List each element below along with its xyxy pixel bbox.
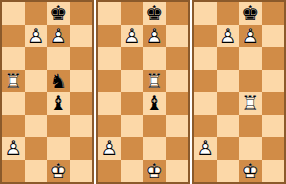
square-a4 (2, 92, 25, 115)
piece-white-pawn: ♟♙ (239, 25, 262, 48)
square-d4 (70, 92, 93, 115)
piece-white-pawn: ♟♙ (194, 137, 217, 160)
square-a3 (194, 115, 217, 138)
square-c4: ♝ (47, 92, 70, 115)
piece-white-pawn: ♟♙ (143, 25, 166, 48)
square-b3 (25, 115, 48, 138)
square-d3 (262, 115, 285, 138)
chess-board-position-1: ♚♟♙♟♙♜♖♞♝♟♙♚♔ (0, 0, 94, 184)
square-b4 (121, 92, 144, 115)
square-a7 (98, 25, 121, 48)
square-b2 (217, 137, 240, 160)
square-a1 (98, 160, 121, 183)
square-c6 (47, 47, 70, 70)
piece-black-bishop: ♝ (47, 92, 70, 115)
piece-white-rook: ♜♖ (239, 92, 262, 115)
square-c1: ♚♔ (47, 160, 70, 183)
square-a6 (98, 47, 121, 70)
square-b7: ♟♙ (121, 25, 144, 48)
square-d1 (166, 160, 189, 183)
square-a2: ♟♙ (2, 137, 25, 160)
piece-white-king: ♚♔ (47, 160, 70, 183)
square-c2 (239, 137, 262, 160)
square-b6 (121, 47, 144, 70)
square-b6 (25, 47, 48, 70)
square-c1: ♚♔ (143, 160, 166, 183)
square-d2 (262, 137, 285, 160)
square-d7 (166, 25, 189, 48)
square-b1 (121, 160, 144, 183)
square-b7: ♟♙ (25, 25, 48, 48)
square-b1 (25, 160, 48, 183)
square-a1 (2, 160, 25, 183)
piece-black-king: ♚ (47, 2, 70, 25)
square-c5: ♜♖ (143, 70, 166, 93)
square-a8 (98, 2, 121, 25)
square-d8 (262, 2, 285, 25)
piece-white-king: ♚♔ (239, 160, 262, 183)
square-a5 (194, 70, 217, 93)
square-a1 (194, 160, 217, 183)
square-d1 (70, 160, 93, 183)
square-a4 (194, 92, 217, 115)
square-b2 (25, 137, 48, 160)
square-c3 (239, 115, 262, 138)
square-d4 (166, 92, 189, 115)
square-d5 (70, 70, 93, 93)
square-c2 (143, 137, 166, 160)
piece-white-rook: ♜♖ (143, 70, 166, 93)
square-b8 (217, 2, 240, 25)
square-b3 (217, 115, 240, 138)
piece-white-king: ♚♔ (143, 160, 166, 183)
square-d6 (70, 47, 93, 70)
square-a2: ♟♙ (194, 137, 217, 160)
square-c8: ♚ (239, 2, 262, 25)
square-b5 (25, 70, 48, 93)
chess-board-position-3: ♚♟♙♟♙♜♖♟♙♚♔ (192, 0, 286, 184)
piece-white-pawn: ♟♙ (217, 25, 240, 48)
square-b2 (121, 137, 144, 160)
square-a8 (194, 2, 217, 25)
square-c5 (239, 70, 262, 93)
square-c3 (47, 115, 70, 138)
square-a4 (98, 92, 121, 115)
piece-black-knight: ♞ (47, 70, 70, 93)
square-a2: ♟♙ (98, 137, 121, 160)
square-c7: ♟♙ (143, 25, 166, 48)
square-c8: ♚ (47, 2, 70, 25)
square-d2 (166, 137, 189, 160)
square-c4: ♝ (143, 92, 166, 115)
square-c5: ♞ (47, 70, 70, 93)
square-d5 (262, 70, 285, 93)
square-a5: ♜♖ (2, 70, 25, 93)
square-a5 (98, 70, 121, 93)
square-a3 (98, 115, 121, 138)
square-c3 (143, 115, 166, 138)
piece-black-bishop: ♝ (143, 92, 166, 115)
square-d2 (70, 137, 93, 160)
square-d6 (166, 47, 189, 70)
square-b8 (25, 2, 48, 25)
square-b7: ♟♙ (217, 25, 240, 48)
chess-diagram-strip: ♚♟♙♟♙♜♖♞♝♟♙♚♔♚♟♙♟♙♜♖♝♟♙♚♔♚♟♙♟♙♜♖♟♙♚♔ (0, 0, 286, 184)
square-d5 (166, 70, 189, 93)
square-b3 (121, 115, 144, 138)
square-c4: ♜♖ (239, 92, 262, 115)
square-a3 (2, 115, 25, 138)
piece-white-pawn: ♟♙ (2, 137, 25, 160)
square-b5 (217, 70, 240, 93)
square-d7 (70, 25, 93, 48)
piece-white-pawn: ♟♙ (47, 25, 70, 48)
piece-white-pawn: ♟♙ (98, 137, 121, 160)
piece-white-pawn: ♟♙ (121, 25, 144, 48)
square-d7 (262, 25, 285, 48)
square-d1 (262, 160, 285, 183)
square-d3 (166, 115, 189, 138)
square-c6 (143, 47, 166, 70)
square-d8 (166, 2, 189, 25)
square-d4 (262, 92, 285, 115)
piece-black-king: ♚ (143, 2, 166, 25)
square-a6 (194, 47, 217, 70)
square-b5 (121, 70, 144, 93)
square-c8: ♚ (143, 2, 166, 25)
square-a7 (2, 25, 25, 48)
square-b8 (121, 2, 144, 25)
square-d3 (70, 115, 93, 138)
square-d8 (70, 2, 93, 25)
square-b4 (217, 92, 240, 115)
square-b6 (217, 47, 240, 70)
square-c6 (239, 47, 262, 70)
square-a6 (2, 47, 25, 70)
square-a7 (194, 25, 217, 48)
square-c1: ♚♔ (239, 160, 262, 183)
square-c7: ♟♙ (47, 25, 70, 48)
chess-board-position-2: ♚♟♙♟♙♜♖♝♟♙♚♔ (96, 0, 190, 184)
piece-black-king: ♚ (239, 2, 262, 25)
piece-white-rook: ♜♖ (2, 70, 25, 93)
square-a8 (2, 2, 25, 25)
square-c7: ♟♙ (239, 25, 262, 48)
square-b1 (217, 160, 240, 183)
square-d6 (262, 47, 285, 70)
square-c2 (47, 137, 70, 160)
piece-white-pawn: ♟♙ (25, 25, 48, 48)
square-b4 (25, 92, 48, 115)
